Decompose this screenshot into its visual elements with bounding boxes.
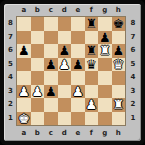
square-g7[interactable]: ♟ bbox=[98, 31, 112, 45]
white-pawn[interactable]: ♟ bbox=[85, 98, 97, 111]
black-rook[interactable]: ♜ bbox=[85, 17, 97, 30]
coord-label-e: e bbox=[71, 125, 85, 141]
coord-label-d: d bbox=[58, 125, 72, 141]
white-queen[interactable]: ♛ bbox=[112, 58, 124, 71]
square-e8[interactable] bbox=[71, 17, 85, 31]
square-a3[interactable]: ♟ bbox=[17, 85, 31, 99]
square-d2[interactable] bbox=[58, 98, 72, 112]
square-g2[interactable] bbox=[98, 98, 112, 112]
square-e3[interactable]: ♟ bbox=[71, 85, 85, 99]
square-d4[interactable] bbox=[58, 71, 72, 85]
coord-label-c: c bbox=[44, 125, 58, 141]
square-b1[interactable] bbox=[31, 112, 45, 126]
rank-labels-right: 87654321 bbox=[125, 17, 141, 125]
square-g8[interactable] bbox=[98, 17, 112, 31]
square-g1[interactable] bbox=[98, 112, 112, 126]
black-pawn[interactable]: ♟ bbox=[18, 44, 30, 57]
square-e5[interactable]: ♟ bbox=[71, 58, 85, 72]
square-c1[interactable] bbox=[44, 112, 58, 126]
coord-label-4: 4 bbox=[4, 71, 17, 85]
square-f3[interactable] bbox=[85, 85, 99, 99]
square-a5[interactable] bbox=[17, 58, 31, 72]
square-h3[interactable] bbox=[112, 85, 126, 99]
coord-label-b: b bbox=[31, 4, 45, 17]
square-c3[interactable]: ♟ bbox=[44, 85, 58, 99]
coord-label-6: 6 bbox=[4, 44, 17, 58]
white-king[interactable]: ♚ bbox=[18, 112, 30, 125]
square-g5[interactable] bbox=[98, 58, 112, 72]
square-d7[interactable] bbox=[58, 31, 72, 45]
square-b5[interactable] bbox=[31, 58, 45, 72]
black-pawn[interactable]: ♟ bbox=[99, 31, 111, 44]
coord-label-g: g bbox=[98, 125, 112, 141]
coord-label-7: 7 bbox=[125, 31, 141, 45]
square-b7[interactable] bbox=[31, 31, 45, 45]
coord-label-1: 1 bbox=[4, 112, 17, 126]
coord-label-7: 7 bbox=[4, 31, 17, 45]
white-pawn[interactable]: ♟ bbox=[58, 58, 70, 71]
square-d8[interactable] bbox=[58, 17, 72, 31]
square-a2[interactable] bbox=[17, 98, 31, 112]
square-h7[interactable] bbox=[112, 31, 126, 45]
square-f5[interactable]: ♛ bbox=[85, 58, 99, 72]
square-c5[interactable]: ♟ bbox=[44, 58, 58, 72]
coord-label-8: 8 bbox=[125, 17, 141, 31]
coord-label-h: h bbox=[112, 125, 126, 141]
square-e7[interactable] bbox=[71, 31, 85, 45]
square-g4[interactable] bbox=[98, 71, 112, 85]
square-h1[interactable] bbox=[112, 112, 126, 126]
coord-label-c: c bbox=[44, 4, 58, 17]
square-c2[interactable] bbox=[44, 98, 58, 112]
square-h6[interactable]: ♟ bbox=[112, 44, 126, 58]
coord-label-2: 2 bbox=[4, 98, 17, 112]
black-pawn[interactable]: ♟ bbox=[45, 85, 57, 98]
file-labels-bottom: abcdefgh bbox=[17, 125, 125, 141]
white-rook[interactable]: ♜ bbox=[112, 98, 124, 111]
square-h2[interactable]: ♜ bbox=[112, 98, 126, 112]
coord-label-f: f bbox=[85, 125, 99, 141]
coord-label-a: a bbox=[17, 4, 31, 17]
coord-label-3: 3 bbox=[4, 85, 17, 99]
coord-label-1: 1 bbox=[125, 112, 141, 126]
square-h5[interactable]: ♛ bbox=[112, 58, 126, 72]
black-king[interactable]: ♚ bbox=[112, 17, 124, 30]
chess-board: ♜♚♟♟♟♜♜♟♟♟♟♛♛♟♟♟♟♟♜♚ bbox=[17, 17, 125, 125]
square-a1[interactable]: ♚ bbox=[17, 112, 31, 126]
square-c6[interactable] bbox=[44, 44, 58, 58]
square-f6[interactable]: ♜ bbox=[85, 44, 99, 58]
square-c7[interactable] bbox=[44, 31, 58, 45]
coord-label-e: e bbox=[71, 4, 85, 17]
coord-label-g: g bbox=[98, 4, 112, 17]
square-h8[interactable]: ♚ bbox=[112, 17, 126, 31]
coord-label-6: 6 bbox=[125, 44, 141, 58]
black-rook[interactable]: ♜ bbox=[85, 44, 97, 57]
white-rook[interactable]: ♜ bbox=[99, 44, 111, 57]
black-queen[interactable]: ♛ bbox=[85, 58, 97, 71]
coord-label-2: 2 bbox=[125, 98, 141, 112]
coord-label-h: h bbox=[112, 4, 126, 17]
square-d3[interactable] bbox=[58, 85, 72, 99]
coord-label-8: 8 bbox=[4, 17, 17, 31]
black-pawn[interactable]: ♟ bbox=[45, 58, 57, 71]
square-d1[interactable] bbox=[58, 112, 72, 126]
square-h4[interactable] bbox=[112, 71, 126, 85]
coord-label-3: 3 bbox=[125, 85, 141, 99]
square-b4[interactable] bbox=[31, 71, 45, 85]
square-a7[interactable] bbox=[17, 31, 31, 45]
white-pawn[interactable]: ♟ bbox=[18, 85, 30, 98]
coord-label-5: 5 bbox=[125, 58, 141, 72]
white-pawn[interactable]: ♟ bbox=[72, 85, 84, 98]
square-e2[interactable] bbox=[71, 98, 85, 112]
white-pawn[interactable]: ♟ bbox=[31, 85, 43, 98]
square-c4[interactable] bbox=[44, 71, 58, 85]
square-e4[interactable] bbox=[71, 71, 85, 85]
square-g6[interactable]: ♜ bbox=[98, 44, 112, 58]
square-e6[interactable] bbox=[71, 44, 85, 58]
square-e1[interactable] bbox=[71, 112, 85, 126]
square-d6[interactable]: ♟ bbox=[58, 44, 72, 58]
black-pawn[interactable]: ♟ bbox=[58, 44, 70, 57]
black-pawn[interactable]: ♟ bbox=[72, 58, 84, 71]
coord-label-5: 5 bbox=[4, 58, 17, 72]
square-c8[interactable] bbox=[44, 17, 58, 31]
rank-labels-left: 87654321 bbox=[4, 17, 17, 125]
chess-diagram: abcdefgh 87654321 ♜♚♟♟♟♜♜♟♟♟♟♛♛♟♟♟♟♟♜♚ 8… bbox=[0, 0, 145, 145]
square-a6[interactable]: ♟ bbox=[17, 44, 31, 58]
square-a4[interactable] bbox=[17, 71, 31, 85]
square-f1[interactable] bbox=[85, 112, 99, 126]
coord-label-a: a bbox=[17, 125, 31, 141]
square-f2[interactable]: ♟ bbox=[85, 98, 99, 112]
square-f4[interactable] bbox=[85, 71, 99, 85]
square-b2[interactable] bbox=[31, 98, 45, 112]
square-f7[interactable] bbox=[85, 31, 99, 45]
board-frame: abcdefgh 87654321 ♜♚♟♟♟♜♜♟♟♟♟♛♛♟♟♟♟♟♜♚ 8… bbox=[4, 4, 141, 141]
square-g3[interactable] bbox=[98, 85, 112, 99]
square-f8[interactable]: ♜ bbox=[85, 17, 99, 31]
coord-label-b: b bbox=[31, 125, 45, 141]
square-d5[interactable]: ♟ bbox=[58, 58, 72, 72]
coord-label-4: 4 bbox=[125, 71, 141, 85]
black-pawn[interactable]: ♟ bbox=[112, 44, 124, 57]
square-a8[interactable] bbox=[17, 17, 31, 31]
file-labels-top: abcdefgh bbox=[17, 4, 125, 17]
coord-label-f: f bbox=[85, 4, 99, 17]
square-b6[interactable] bbox=[31, 44, 45, 58]
square-b3[interactable]: ♟ bbox=[31, 85, 45, 99]
coord-label-d: d bbox=[58, 4, 72, 17]
square-b8[interactable] bbox=[31, 17, 45, 31]
